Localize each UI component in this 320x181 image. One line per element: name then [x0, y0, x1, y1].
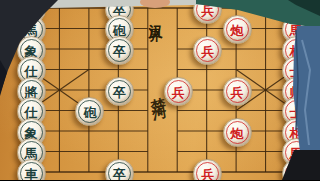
piece-character: 馬 — [25, 147, 38, 160]
piece-character: 兵 — [201, 167, 214, 180]
piece-character: 卒 — [113, 44, 126, 57]
piece-red-soldier[interactable]: 兵 — [164, 77, 193, 106]
piece-black-chariot[interactable]: 車 — [17, 159, 46, 181]
piece-red-cannon[interactable]: 炮 — [223, 15, 252, 44]
piece-character: 兵 — [201, 44, 214, 57]
piece-character: 炮 — [231, 126, 244, 139]
piece-character: 卒 — [113, 85, 126, 98]
piece-character: 車 — [25, 167, 38, 180]
piece-black-soldier[interactable]: 卒 — [105, 36, 134, 65]
piece-red-chariot[interactable]: 車 — [282, 159, 311, 181]
piece-character: 士 — [290, 106, 303, 119]
piece-character: 兵 — [231, 85, 244, 98]
piece-character: 車 — [290, 167, 303, 180]
piece-character: 炮 — [231, 24, 244, 37]
piece-black-soldier[interactable]: 卒 — [105, 77, 134, 106]
piece-character: 卒 — [113, 167, 126, 180]
piece-character: 士 — [290, 65, 303, 78]
piece-character: 砲 — [83, 106, 96, 119]
piece-red-soldier[interactable]: 兵 — [223, 77, 252, 106]
piece-red-soldier[interactable]: 兵 — [193, 36, 222, 65]
piece-character: 馬 — [290, 147, 303, 160]
piece-character: 兵 — [172, 85, 185, 98]
piece-character: 砲 — [113, 24, 126, 37]
river-text-hanjie: 汉界 — [147, 13, 165, 21]
piece-character: 仕 — [25, 65, 38, 78]
piece-character: 馬 — [290, 24, 303, 37]
piece-character: 仕 — [25, 106, 38, 119]
piece-red-cannon[interactable]: 炮 — [223, 118, 252, 147]
piece-character: 馬 — [25, 24, 38, 37]
xiangqi-photo-scene: 汉界 楚河 車馬象仕將仕象馬車卒砲卒卒砲卒車馬相士帅士相馬車兵炮兵兵兵炮兵 — [0, 0, 320, 180]
piece-character: 兵 — [201, 3, 214, 16]
